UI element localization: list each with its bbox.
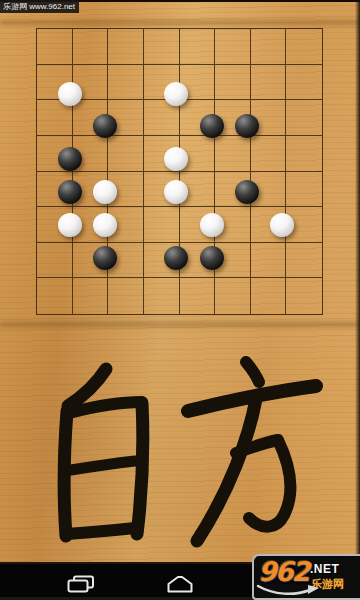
board-cell[interactable] bbox=[180, 100, 216, 136]
board-cell[interactable] bbox=[286, 278, 322, 314]
board-cell[interactable] bbox=[108, 172, 144, 208]
board-cell[interactable] bbox=[215, 136, 251, 172]
board-cell[interactable] bbox=[108, 278, 144, 314]
home-button[interactable] bbox=[166, 575, 194, 594]
screen: 乐游网 www.962.net 白方 962 .NET 乐游网 bbox=[0, 0, 360, 600]
home-icon bbox=[169, 577, 192, 592]
stroke bbox=[236, 440, 290, 527]
board-cell[interactable] bbox=[180, 207, 216, 243]
962net-logo-badge[interactable]: 962 .NET 乐游网 bbox=[252, 554, 360, 600]
board-cell[interactable] bbox=[286, 136, 322, 172]
board-cell[interactable] bbox=[37, 29, 73, 65]
board-cell[interactable] bbox=[108, 207, 144, 243]
board-cell[interactable] bbox=[37, 136, 73, 172]
board-cell[interactable] bbox=[215, 278, 251, 314]
board-cell[interactable] bbox=[180, 243, 216, 279]
board-cell[interactable] bbox=[144, 172, 180, 208]
board-cell[interactable] bbox=[144, 207, 180, 243]
board-cell[interactable] bbox=[37, 278, 73, 314]
board-cell[interactable] bbox=[286, 172, 322, 208]
board-cell[interactable] bbox=[286, 243, 322, 279]
board-cell[interactable] bbox=[108, 100, 144, 136]
board-cell[interactable] bbox=[37, 100, 73, 136]
board-cell[interactable] bbox=[251, 278, 287, 314]
logo-swoosh-arrow-icon bbox=[256, 582, 320, 598]
board-cell[interactable] bbox=[144, 29, 180, 65]
screen-right-edge-shadow bbox=[355, 0, 360, 600]
board-cell[interactable] bbox=[108, 65, 144, 101]
board-cell[interactable] bbox=[215, 65, 251, 101]
board-cell[interactable] bbox=[180, 29, 216, 65]
board-cell[interactable] bbox=[286, 100, 322, 136]
board-cell[interactable] bbox=[180, 278, 216, 314]
board-cell[interactable] bbox=[251, 243, 287, 279]
board-cell[interactable] bbox=[251, 136, 287, 172]
board-cell[interactable] bbox=[144, 278, 180, 314]
board-cell[interactable] bbox=[286, 207, 322, 243]
board-cell[interactable] bbox=[73, 207, 109, 243]
turn-banner-calligraphy bbox=[30, 355, 330, 555]
board-cell[interactable] bbox=[73, 136, 109, 172]
board-cell[interactable] bbox=[251, 207, 287, 243]
board-cell[interactable] bbox=[37, 65, 73, 101]
board-cell[interactable] bbox=[144, 65, 180, 101]
site-watermark: 乐游网 www.962.net bbox=[0, 0, 79, 13]
board-cell[interactable] bbox=[73, 172, 109, 208]
board-cell[interactable] bbox=[37, 207, 73, 243]
board-cell[interactable] bbox=[73, 100, 109, 136]
board-cell[interactable] bbox=[215, 100, 251, 136]
board-cell[interactable] bbox=[108, 29, 144, 65]
board-cell[interactable] bbox=[108, 136, 144, 172]
board-cell[interactable] bbox=[215, 29, 251, 65]
recents-front-rect bbox=[69, 581, 88, 592]
board-cell[interactable] bbox=[73, 29, 109, 65]
logo-tld: .NET bbox=[310, 562, 339, 576]
board-cell[interactable] bbox=[215, 172, 251, 208]
board-cell[interactable] bbox=[144, 100, 180, 136]
board-cell[interactable] bbox=[37, 243, 73, 279]
board-cell[interactable] bbox=[286, 65, 322, 101]
board-grid bbox=[36, 28, 323, 315]
board-cell[interactable] bbox=[180, 172, 216, 208]
stroke bbox=[246, 362, 259, 382]
wood-grain-band bbox=[0, 20, 360, 25]
board-cell[interactable] bbox=[180, 65, 216, 101]
board-cell[interactable] bbox=[286, 29, 322, 65]
board-cell[interactable] bbox=[215, 243, 251, 279]
board-cell[interactable] bbox=[73, 243, 109, 279]
board-cell[interactable] bbox=[73, 278, 109, 314]
board-cell[interactable] bbox=[73, 65, 109, 101]
board-cell[interactable] bbox=[215, 207, 251, 243]
board-cell[interactable] bbox=[37, 172, 73, 208]
board-cell[interactable] bbox=[144, 243, 180, 279]
board-cell[interactable] bbox=[251, 100, 287, 136]
board-cell[interactable] bbox=[251, 65, 287, 101]
stroke bbox=[137, 403, 143, 534]
wood-grain-band bbox=[0, 322, 360, 327]
stroke bbox=[64, 411, 67, 536]
board-cell[interactable] bbox=[108, 243, 144, 279]
board-cell[interactable] bbox=[144, 136, 180, 172]
stroke bbox=[71, 461, 135, 470]
board-cell[interactable] bbox=[180, 136, 216, 172]
board-cell[interactable] bbox=[251, 29, 287, 65]
stroke bbox=[67, 528, 135, 534]
board-cell[interactable] bbox=[251, 172, 287, 208]
recent-apps-button[interactable] bbox=[67, 575, 95, 594]
